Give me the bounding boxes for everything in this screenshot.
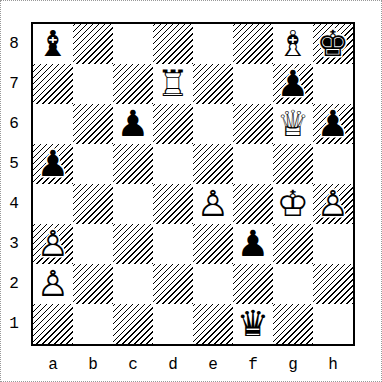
piece-black-bishop[interactable]: ♝♝ — [33, 24, 73, 64]
piece-black-pawn[interactable]: ♟♟ — [113, 104, 153, 144]
piece-glyph: ♛ — [237, 304, 269, 344]
square-d8[interactable] — [153, 24, 193, 64]
square-e8[interactable] — [193, 24, 233, 64]
piece-white-pawn[interactable]: ♟♙ — [33, 224, 73, 264]
square-f5[interactable] — [233, 144, 273, 184]
square-d5[interactable] — [153, 144, 193, 184]
square-h6[interactable]: ♟♟ — [313, 104, 353, 144]
square-a5[interactable]: ♟♟ — [33, 144, 73, 184]
file-label-b: b — [73, 353, 113, 377]
square-e4[interactable]: ♟♙ — [193, 184, 233, 224]
square-e6[interactable] — [193, 104, 233, 144]
piece-white-pawn[interactable]: ♟♙ — [33, 264, 73, 304]
piece-glyph: ♟ — [277, 64, 309, 104]
square-h2[interactable] — [313, 264, 353, 304]
square-g1[interactable] — [273, 304, 313, 344]
piece-black-queen[interactable]: ♛♛ — [233, 304, 273, 344]
square-c5[interactable] — [113, 144, 153, 184]
rank-labels: 87654321 — [5, 24, 23, 344]
rank-label-5: 5 — [5, 144, 23, 184]
square-g5[interactable] — [273, 144, 313, 184]
square-f6[interactable] — [233, 104, 273, 144]
square-b5[interactable] — [73, 144, 113, 184]
piece-glyph: ♚ — [317, 24, 349, 64]
square-d3[interactable] — [153, 224, 193, 264]
rank-label-7: 7 — [5, 64, 23, 104]
piece-white-pawn[interactable]: ♟♙ — [193, 184, 233, 224]
square-e1[interactable] — [193, 304, 233, 344]
square-c6[interactable]: ♟♟ — [113, 104, 153, 144]
square-a8[interactable]: ♝♝ — [33, 24, 73, 64]
square-d2[interactable] — [153, 264, 193, 304]
square-a7[interactable] — [33, 64, 73, 104]
file-label-f: f — [233, 353, 273, 377]
piece-glyph: ♟ — [317, 104, 349, 144]
piece-black-pawn[interactable]: ♟♟ — [233, 224, 273, 264]
rank-label-3: 3 — [5, 224, 23, 264]
square-b6[interactable] — [73, 104, 113, 144]
square-f4[interactable] — [233, 184, 273, 224]
piece-glyph: ♝ — [37, 24, 69, 64]
piece-white-pawn[interactable]: ♟♙ — [313, 184, 353, 224]
square-h5[interactable] — [313, 144, 353, 184]
square-g8[interactable]: ♝♗ — [273, 24, 313, 64]
piece-glyph: ♔ — [277, 184, 309, 224]
square-c7[interactable] — [113, 64, 153, 104]
piece-glyph: ♙ — [317, 184, 349, 224]
square-g6[interactable]: ♛♕ — [273, 104, 313, 144]
square-h8[interactable]: ♚♚ — [313, 24, 353, 64]
piece-white-king[interactable]: ♚♔ — [273, 184, 313, 224]
square-b4[interactable] — [73, 184, 113, 224]
square-h7[interactable] — [313, 64, 353, 104]
square-d1[interactable] — [153, 304, 193, 344]
file-label-e: e — [193, 353, 233, 377]
piece-glyph: ♗ — [277, 24, 309, 64]
piece-glyph: ♙ — [197, 184, 229, 224]
file-label-g: g — [273, 353, 313, 377]
square-f1[interactable]: ♛♛ — [233, 304, 273, 344]
square-d7[interactable]: ♜♖ — [153, 64, 193, 104]
square-c8[interactable] — [113, 24, 153, 64]
square-b8[interactable] — [73, 24, 113, 64]
square-f2[interactable] — [233, 264, 273, 304]
square-a2[interactable]: ♟♙ — [33, 264, 73, 304]
piece-glyph: ♟ — [37, 144, 69, 184]
square-g2[interactable] — [273, 264, 313, 304]
file-label-d: d — [153, 353, 193, 377]
square-f7[interactable] — [233, 64, 273, 104]
piece-glyph: ♕ — [277, 104, 309, 144]
square-b2[interactable] — [73, 264, 113, 304]
square-c2[interactable] — [113, 264, 153, 304]
square-g4[interactable]: ♚♔ — [273, 184, 313, 224]
piece-black-pawn[interactable]: ♟♟ — [33, 144, 73, 184]
square-d4[interactable] — [153, 184, 193, 224]
square-g3[interactable] — [273, 224, 313, 264]
square-a1[interactable] — [33, 304, 73, 344]
square-f8[interactable] — [233, 24, 273, 64]
square-c1[interactable] — [113, 304, 153, 344]
square-a3[interactable]: ♟♙ — [33, 224, 73, 264]
square-e3[interactable] — [193, 224, 233, 264]
chessboard: ♝♝♝♗♚♚♜♖♟♟♟♟♛♕♟♟♟♟♟♙♚♔♟♙♟♙♟♟♟♙♛♛ — [31, 22, 355, 346]
file-label-a: a — [33, 353, 73, 377]
rank-label-1: 1 — [5, 304, 23, 344]
piece-white-rook[interactable]: ♜♖ — [153, 64, 193, 104]
square-e7[interactable] — [193, 64, 233, 104]
piece-glyph: ♟ — [237, 224, 269, 264]
square-b7[interactable] — [73, 64, 113, 104]
rank-label-2: 2 — [5, 264, 23, 304]
square-c3[interactable] — [113, 224, 153, 264]
square-b3[interactable] — [73, 224, 113, 264]
piece-black-pawn[interactable]: ♟♟ — [273, 64, 313, 104]
square-c4[interactable] — [113, 184, 153, 224]
square-d6[interactable] — [153, 104, 193, 144]
file-labels: abcdefgh — [33, 353, 353, 377]
square-h4[interactable]: ♟♙ — [313, 184, 353, 224]
piece-white-bishop[interactable]: ♝♗ — [273, 24, 313, 64]
file-label-h: h — [313, 353, 353, 377]
piece-white-queen[interactable]: ♛♕ — [273, 104, 313, 144]
square-a4[interactable] — [33, 184, 73, 224]
square-h3[interactable] — [313, 224, 353, 264]
piece-glyph: ♟ — [117, 104, 149, 144]
square-f3[interactable]: ♟♟ — [233, 224, 273, 264]
chess-diagram-page: 87654321 ♝♝♝♗♚♚♜♖♟♟♟♟♛♕♟♟♟♟♟♙♚♔♟♙♟♙♟♟♟♙♛… — [0, 0, 382, 382]
square-e5[interactable] — [193, 144, 233, 184]
file-label-c: c — [113, 353, 153, 377]
piece-black-pawn[interactable]: ♟♟ — [313, 104, 353, 144]
square-h1[interactable] — [313, 304, 353, 344]
piece-black-king[interactable]: ♚♚ — [313, 24, 353, 64]
square-e2[interactable] — [193, 264, 233, 304]
square-b1[interactable] — [73, 304, 113, 344]
piece-glyph: ♙ — [37, 224, 69, 264]
rank-label-4: 4 — [5, 184, 23, 224]
piece-glyph: ♖ — [157, 64, 189, 104]
rank-label-6: 6 — [5, 104, 23, 144]
piece-glyph: ♙ — [37, 264, 69, 304]
rank-label-8: 8 — [5, 24, 23, 64]
square-a6[interactable] — [33, 104, 73, 144]
square-g7[interactable]: ♟♟ — [273, 64, 313, 104]
